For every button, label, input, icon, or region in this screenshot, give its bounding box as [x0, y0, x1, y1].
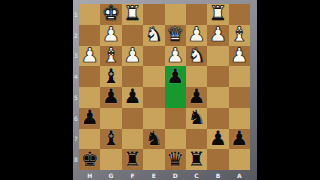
- square-h4[interactable]: [79, 66, 100, 87]
- black-bishop: ♝: [102, 129, 120, 148]
- square-h1[interactable]: [79, 4, 100, 25]
- square-g1[interactable]: ♚: [100, 4, 121, 25]
- white-pawn: ♟: [166, 46, 184, 65]
- square-a8[interactable]: [229, 149, 250, 170]
- chess-board: ♚♜♜♟♞♛♟♟♝♟♝♟♟♞♟♝♟♟♟♟♟♞♝♞♟♟♚♜♛♜: [79, 4, 250, 170]
- black-king: ♚: [81, 149, 99, 168]
- square-c7[interactable]: [186, 129, 207, 150]
- white-knight: ♞: [145, 25, 163, 44]
- screen-background: 12345678 ♚♜♜♟♞♛♟♟♝♟♝♟♟♞♟♝♟♟♟♟♟♞♝♞♟♟♚♜♛♜ …: [0, 0, 320, 180]
- square-d1[interactable]: [165, 4, 186, 25]
- black-pawn: ♟: [230, 129, 248, 148]
- board-frame: 12345678 ♚♜♜♟♞♛♟♟♝♟♝♟♟♞♟♝♟♟♟♟♟♞♝♞♟♟♚♜♛♜ …: [73, 0, 257, 180]
- black-pawn: ♟: [209, 129, 227, 148]
- square-f5[interactable]: ♟: [122, 87, 143, 108]
- file-label-g: G: [100, 170, 121, 180]
- square-d4[interactable]: ♟: [165, 66, 186, 87]
- square-a1[interactable]: [229, 4, 250, 25]
- white-king: ♚: [102, 4, 120, 23]
- square-e4[interactable]: [143, 66, 164, 87]
- square-c4[interactable]: [186, 66, 207, 87]
- square-a4[interactable]: [229, 66, 250, 87]
- square-h3[interactable]: ♟: [79, 46, 100, 67]
- square-g7[interactable]: ♝: [100, 129, 121, 150]
- square-c8[interactable]: ♜: [186, 149, 207, 170]
- square-f6[interactable]: [122, 108, 143, 129]
- square-c6[interactable]: ♞: [186, 108, 207, 129]
- white-rook: ♜: [123, 4, 141, 23]
- square-b1[interactable]: ♜: [207, 4, 228, 25]
- square-e2[interactable]: ♞: [143, 25, 164, 46]
- file-label-b: B: [207, 170, 228, 180]
- square-b4[interactable]: [207, 66, 228, 87]
- black-knight: ♞: [188, 108, 206, 127]
- file-label-e: E: [143, 170, 164, 180]
- black-pawn: ♟: [102, 87, 120, 106]
- black-rook: ♜: [123, 149, 141, 168]
- file-label-c: C: [186, 170, 207, 180]
- square-g5[interactable]: ♟: [100, 87, 121, 108]
- black-pawn: ♟: [81, 108, 99, 127]
- square-d7[interactable]: [165, 129, 186, 150]
- square-d8[interactable]: ♛: [165, 149, 186, 170]
- white-pawn: ♟: [81, 46, 99, 65]
- square-f7[interactable]: [122, 129, 143, 150]
- square-g3[interactable]: ♝: [100, 46, 121, 67]
- black-knight: ♞: [145, 129, 163, 148]
- white-pawn: ♟: [123, 46, 141, 65]
- white-rook: ♜: [209, 4, 227, 23]
- square-h2[interactable]: [79, 25, 100, 46]
- file-label-d: D: [165, 170, 186, 180]
- square-f3[interactable]: ♟: [122, 46, 143, 67]
- square-a7[interactable]: ♟: [229, 129, 250, 150]
- square-b2[interactable]: ♟: [207, 25, 228, 46]
- square-g6[interactable]: [100, 108, 121, 129]
- square-b8[interactable]: [207, 149, 228, 170]
- file-label-f: F: [122, 170, 143, 180]
- square-a2[interactable]: ♝: [229, 25, 250, 46]
- square-c1[interactable]: [186, 4, 207, 25]
- square-f4[interactable]: [122, 66, 143, 87]
- square-b3[interactable]: [207, 46, 228, 67]
- black-pawn: ♟: [123, 87, 141, 106]
- square-h5[interactable]: [79, 87, 100, 108]
- square-c5[interactable]: ♟: [186, 87, 207, 108]
- square-f8[interactable]: ♜: [122, 149, 143, 170]
- square-f1[interactable]: ♜: [122, 4, 143, 25]
- square-b5[interactable]: [207, 87, 228, 108]
- file-labels: HGFEDCBA: [79, 170, 250, 180]
- square-d6[interactable]: [165, 108, 186, 129]
- square-c3[interactable]: ♞: [186, 46, 207, 67]
- square-e7[interactable]: ♞: [143, 129, 164, 150]
- square-a3[interactable]: ♟: [229, 46, 250, 67]
- white-pawn: ♟: [209, 25, 227, 44]
- white-queen: ♛: [166, 25, 184, 44]
- square-d5[interactable]: [165, 87, 186, 108]
- white-pawn: ♟: [230, 46, 248, 65]
- black-pawn: ♟: [188, 87, 206, 106]
- white-pawn: ♟: [188, 25, 206, 44]
- square-b7[interactable]: ♟: [207, 129, 228, 150]
- square-a6[interactable]: [229, 108, 250, 129]
- square-b6[interactable]: [207, 108, 228, 129]
- black-rook: ♜: [188, 149, 206, 168]
- white-pawn: ♟: [102, 25, 120, 44]
- file-label-a: A: [229, 170, 250, 180]
- square-e6[interactable]: [143, 108, 164, 129]
- square-e5[interactable]: [143, 87, 164, 108]
- square-g8[interactable]: [100, 149, 121, 170]
- black-pawn: ♟: [166, 66, 184, 85]
- square-a5[interactable]: [229, 87, 250, 108]
- square-g4[interactable]: ♝: [100, 66, 121, 87]
- square-e8[interactable]: [143, 149, 164, 170]
- square-h8[interactable]: ♚: [79, 149, 100, 170]
- black-bishop: ♝: [102, 66, 120, 85]
- square-e3[interactable]: [143, 46, 164, 67]
- square-h6[interactable]: ♟: [79, 108, 100, 129]
- white-bishop: ♝: [102, 46, 120, 65]
- square-h7[interactable]: [79, 129, 100, 150]
- square-c2[interactable]: ♟: [186, 25, 207, 46]
- square-e1[interactable]: [143, 4, 164, 25]
- file-label-h: H: [79, 170, 100, 180]
- white-bishop: ♝: [230, 25, 248, 44]
- square-g2[interactable]: ♟: [100, 25, 121, 46]
- square-f2[interactable]: [122, 25, 143, 46]
- square-d3[interactable]: ♟: [165, 46, 186, 67]
- white-knight: ♞: [188, 46, 206, 65]
- square-d2[interactable]: ♛: [165, 25, 186, 46]
- black-queen: ♛: [166, 149, 184, 168]
